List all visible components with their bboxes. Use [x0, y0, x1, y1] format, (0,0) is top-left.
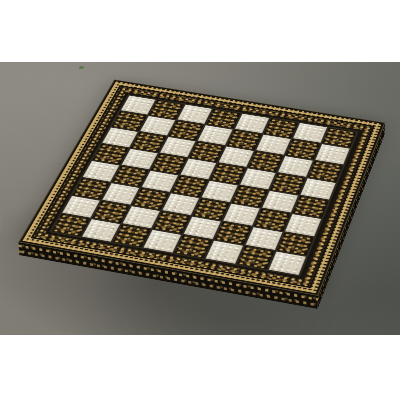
photo-area: [0, 62, 400, 335]
border-inner-gap: [45, 92, 362, 279]
letterbox-top: [0, 0, 400, 62]
chess-board-3d: [18, 79, 385, 295]
chess-board: [49, 94, 359, 276]
square-g1: [237, 246, 274, 269]
letterbox-bottom: [0, 335, 400, 400]
board-scene: [59, 62, 359, 330]
square-h1: [269, 252, 306, 275]
product-photo: [0, 0, 400, 400]
